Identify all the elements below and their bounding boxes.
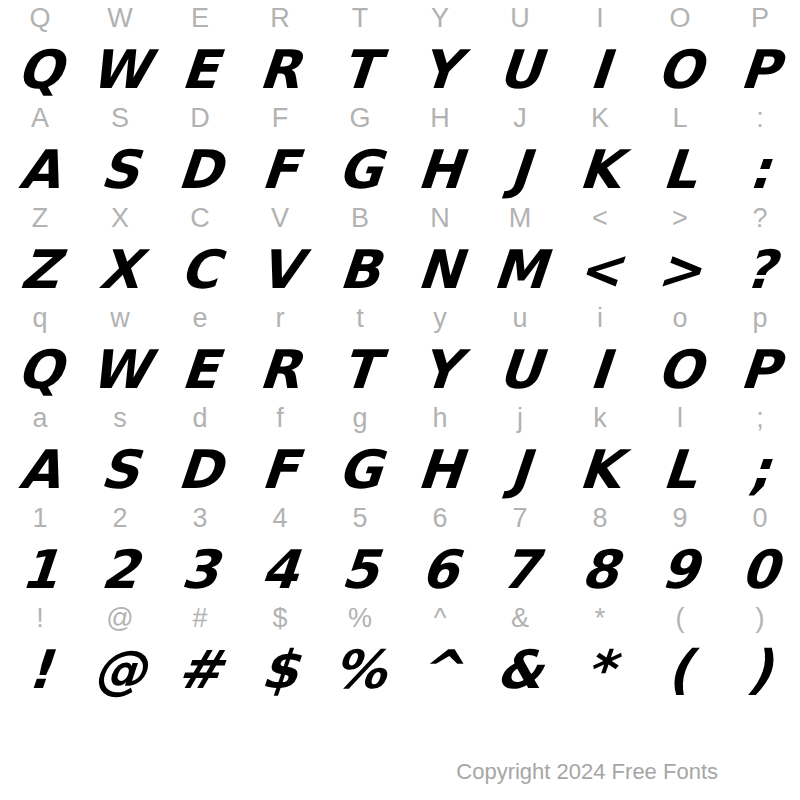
glyph-row: !@#$%^&*() [0, 637, 800, 700]
key-label-row: ZXCVBNM<>? [0, 200, 800, 237]
key-label-cell: p [720, 300, 800, 337]
key-label-cell: g [320, 400, 400, 437]
glyph-cell: L [637, 440, 722, 500]
glyph-cell: F [237, 440, 322, 500]
key-label-cell: ) [720, 600, 800, 637]
glyph-row: QWERTYUIOP [0, 337, 800, 400]
glyph-row: ZXCVBNM<>? [0, 237, 800, 300]
charmap-section: ZXCVBNM<>?ZXCVBNM<>? [0, 200, 800, 300]
key-label-cell: < [560, 200, 640, 237]
key-label-cell: M [480, 200, 560, 237]
key-label-cell: > [640, 200, 720, 237]
glyph-cell: X [77, 240, 162, 300]
glyph-cell: O [637, 40, 722, 100]
glyph-cell: S [77, 140, 162, 200]
key-label-cell: O [640, 0, 720, 37]
key-label-cell: X [80, 200, 160, 237]
glyph-cell: R [237, 340, 322, 400]
charmap-section: QWERTYUIOPQWERTYUIOP [0, 0, 800, 100]
glyph-cell: * [557, 640, 642, 700]
glyph-row: ASDFGHJKL: [0, 137, 800, 200]
key-label-cell: d [160, 400, 240, 437]
glyph-cell: 8 [557, 540, 642, 600]
glyph-cell: 5 [317, 540, 402, 600]
key-label-cell: I [560, 0, 640, 37]
glyph-cell: H [397, 140, 482, 200]
glyph-cell: Y [397, 340, 482, 400]
key-label-row: asdfghjkl; [0, 400, 800, 437]
key-label-cell: l [640, 400, 720, 437]
glyph-cell: A [0, 440, 83, 500]
glyph-cell: G [317, 440, 402, 500]
key-label-cell: y [400, 300, 480, 337]
key-label-cell: A [0, 100, 80, 137]
key-label-cell: $ [240, 600, 320, 637]
key-label-cell: 1 [0, 500, 80, 537]
glyph-cell: Z [0, 240, 83, 300]
glyph-cell: @ [77, 640, 162, 700]
key-label-cell: 3 [160, 500, 240, 537]
glyph-cell: 9 [637, 540, 722, 600]
key-label-cell: N [400, 200, 480, 237]
charmap-section: qwertyuiopQWERTYUIOP [0, 300, 800, 400]
key-label-cell: H [400, 100, 480, 137]
key-label-cell: 0 [720, 500, 800, 537]
key-label-cell: F [240, 100, 320, 137]
glyph-cell: A [0, 140, 83, 200]
key-label-cell: S [80, 100, 160, 137]
glyph-cell: U [477, 340, 562, 400]
glyph-cell: J [477, 140, 562, 200]
glyph-cell: D [157, 140, 242, 200]
key-label-cell: ? [720, 200, 800, 237]
key-label-cell: f [240, 400, 320, 437]
key-label-cell: q [0, 300, 80, 337]
key-label-cell: ( [640, 600, 720, 637]
key-label-cell: ! [0, 600, 80, 637]
key-label-cell: % [320, 600, 400, 637]
key-label-cell: @ [80, 600, 160, 637]
glyph-cell: ! [0, 640, 83, 700]
key-label-row: !@#$%^&*() [0, 600, 800, 637]
glyph-cell: > [637, 240, 722, 300]
glyph-cell: Q [0, 340, 83, 400]
key-label-cell: # [160, 600, 240, 637]
key-label-cell: D [160, 100, 240, 137]
key-label-cell: V [240, 200, 320, 237]
charmap-section: 12345678901234567890 [0, 500, 800, 600]
key-label-cell: j [480, 400, 560, 437]
charmap-section: asdfghjkl;ASDFGHJKL; [0, 400, 800, 500]
glyph-cell: G [317, 140, 402, 200]
glyph-cell: I [557, 40, 642, 100]
glyph-cell: T [317, 340, 402, 400]
glyph-cell: # [157, 640, 242, 700]
glyph-cell: E [157, 40, 242, 100]
glyph-cell: W [77, 40, 162, 100]
key-label-cell: L [640, 100, 720, 137]
glyph-row: QWERTYUIOP [0, 37, 800, 100]
key-label-cell: ; [720, 400, 800, 437]
key-label-cell: E [160, 0, 240, 37]
glyph-cell: N [397, 240, 482, 300]
key-label-cell: B [320, 200, 400, 237]
key-label-cell: U [480, 0, 560, 37]
glyph-cell: T [317, 40, 402, 100]
key-label-cell: u [480, 300, 560, 337]
key-label-cell: o [640, 300, 720, 337]
key-label-cell: J [480, 100, 560, 137]
key-label-cell: G [320, 100, 400, 137]
glyph-cell: E [157, 340, 242, 400]
key-label-row: ASDFGHJKL: [0, 100, 800, 137]
glyph-cell: H [397, 440, 482, 500]
glyph-cell: U [477, 40, 562, 100]
key-label-cell: t [320, 300, 400, 337]
glyph-cell: M [477, 240, 562, 300]
glyph-cell: & [477, 640, 562, 700]
glyph-cell: ^ [397, 640, 482, 700]
glyph-cell: K [557, 140, 642, 200]
key-label-cell: ^ [400, 600, 480, 637]
glyph-cell: Y [397, 40, 482, 100]
glyph-cell: 0 [717, 540, 800, 600]
glyph-cell: < [557, 240, 642, 300]
key-label-cell: 9 [640, 500, 720, 537]
key-label-cell: r [240, 300, 320, 337]
glyph-cell: 7 [477, 540, 562, 600]
glyph-row: ASDFGHJKL; [0, 437, 800, 500]
glyph-cell: $ [237, 640, 322, 700]
key-label-cell: T [320, 0, 400, 37]
glyph-cell: J [477, 440, 562, 500]
glyph-cell: ? [717, 240, 800, 300]
glyph-cell: B [317, 240, 402, 300]
key-label-cell: Q [0, 0, 80, 37]
key-label-cell: h [400, 400, 480, 437]
key-label-cell: w [80, 300, 160, 337]
key-label-cell: 8 [560, 500, 640, 537]
key-label-cell: R [240, 0, 320, 37]
glyph-cell: 3 [157, 540, 242, 600]
glyph-row: 1234567890 [0, 537, 800, 600]
glyph-cell: : [717, 140, 800, 200]
glyph-cell: K [557, 440, 642, 500]
key-label-cell: C [160, 200, 240, 237]
glyph-cell: 2 [77, 540, 162, 600]
glyph-cell: ) [717, 640, 800, 700]
glyph-cell: 4 [237, 540, 322, 600]
glyph-cell: I [557, 340, 642, 400]
key-label-cell: 2 [80, 500, 160, 537]
key-label-cell: e [160, 300, 240, 337]
key-label-row: QWERTYUIOP [0, 0, 800, 37]
key-label-cell: Y [400, 0, 480, 37]
key-label-cell: * [560, 600, 640, 637]
charmap-section: !@#$%^&*()!@#$%^&*() [0, 600, 800, 700]
glyph-cell: O [637, 340, 722, 400]
glyph-cell: ; [717, 440, 800, 500]
key-label-cell: 6 [400, 500, 480, 537]
glyph-cell: S [77, 440, 162, 500]
copyright-watermark: Copyright 2024 Free Fonts [456, 760, 718, 784]
glyph-cell: C [157, 240, 242, 300]
glyph-cell: F [237, 140, 322, 200]
charmap-section: ASDFGHJKL:ASDFGHJKL: [0, 100, 800, 200]
glyph-cell: V [237, 240, 322, 300]
key-label-cell: W [80, 0, 160, 37]
glyph-cell: W [77, 340, 162, 400]
key-label-row: 1234567890 [0, 500, 800, 537]
glyph-cell: 6 [397, 540, 482, 600]
key-label-cell: Z [0, 200, 80, 237]
key-label-cell: k [560, 400, 640, 437]
key-label-cell: K [560, 100, 640, 137]
glyph-cell: 1 [0, 540, 83, 600]
key-label-row: qwertyuiop [0, 300, 800, 337]
glyph-cell: Q [0, 40, 83, 100]
glyph-cell: L [637, 140, 722, 200]
key-label-cell: s [80, 400, 160, 437]
glyph-cell: D [157, 440, 242, 500]
glyph-cell: % [317, 640, 402, 700]
glyph-cell: ( [637, 640, 722, 700]
key-label-cell: 5 [320, 500, 400, 537]
key-label-cell: 7 [480, 500, 560, 537]
glyph-grid: QWERTYUIOPQWERTYUIOPASDFGHJKL:ASDFGHJKL:… [0, 0, 800, 700]
key-label-cell: & [480, 600, 560, 637]
glyph-cell: R [237, 40, 322, 100]
key-label-cell: a [0, 400, 80, 437]
glyph-cell: P [717, 40, 800, 100]
key-label-cell: : [720, 100, 800, 137]
glyph-cell: P [717, 340, 800, 400]
key-label-cell: i [560, 300, 640, 337]
key-label-cell: 4 [240, 500, 320, 537]
key-label-cell: P [720, 0, 800, 37]
